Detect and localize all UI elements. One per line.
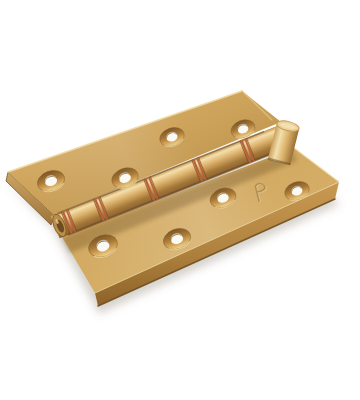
- hinge-photo: [0, 0, 360, 400]
- product-image: [0, 0, 360, 400]
